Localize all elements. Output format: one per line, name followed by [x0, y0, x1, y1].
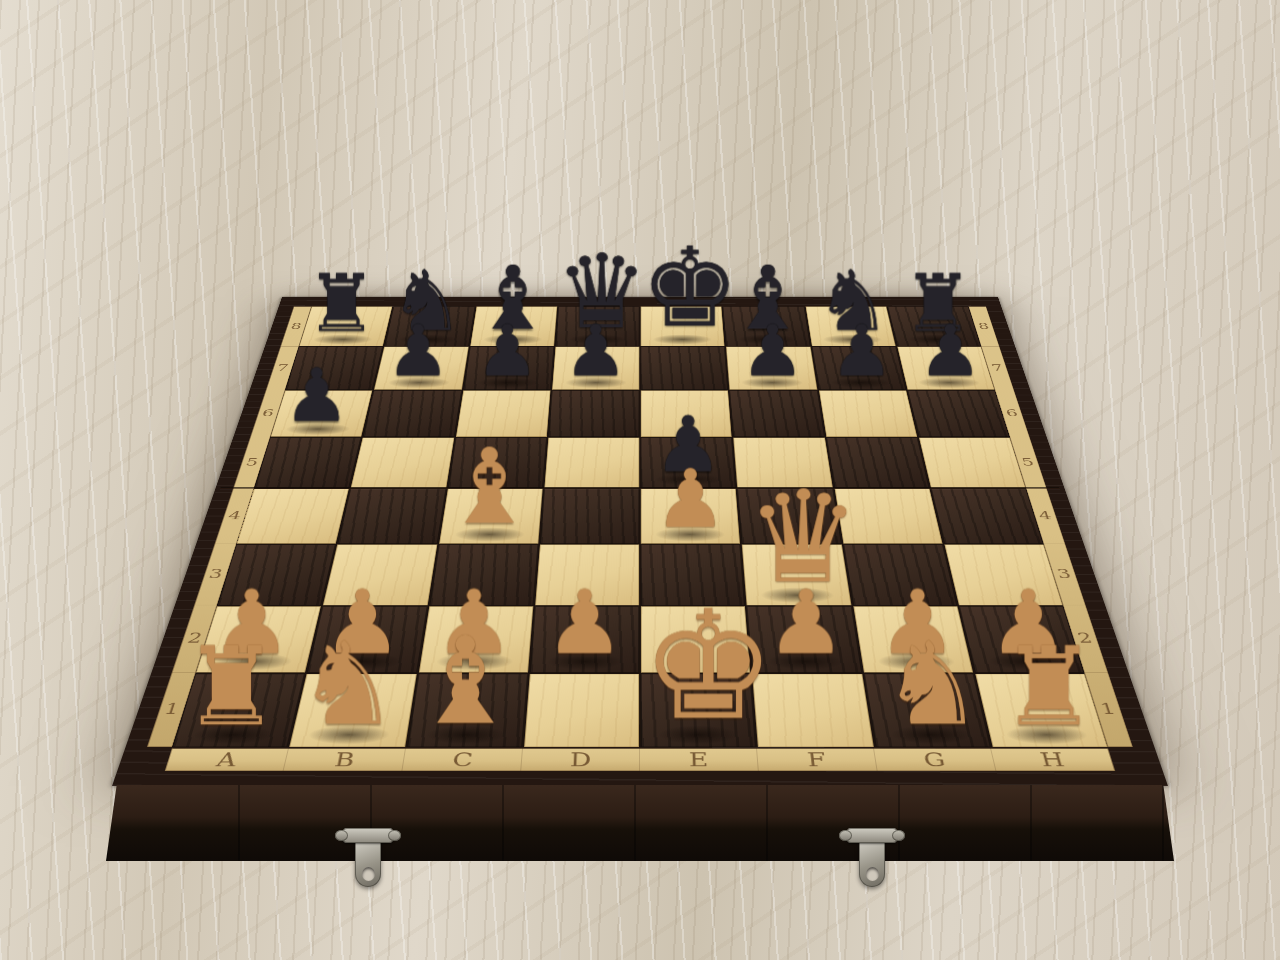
square-e4: ♟ — [641, 489, 740, 544]
square-d4 — [540, 489, 639, 544]
square-e1: ♚ — [641, 674, 756, 747]
piece-black-pawn-c7: ♟ — [464, 314, 551, 386]
chess-board: 87654321 87654321 ABCDEFGH ♜♞♝♛♚♝♞♜♟♟♟♟♟… — [112, 297, 1168, 786]
square-g7: ♟ — [812, 347, 906, 390]
square-g1: ♞ — [864, 674, 991, 747]
square-c1: ♝ — [407, 674, 528, 747]
piece-white-pawn-e4: ♟ — [641, 458, 740, 540]
piece-white-knight-g1: ♞ — [874, 625, 989, 742]
piece-black-pawn-d7: ♟ — [552, 314, 639, 386]
square-e7 — [641, 347, 728, 390]
square-d5 — [544, 437, 639, 487]
clasp-tongue — [859, 837, 885, 887]
square-f7: ♟ — [726, 347, 817, 390]
file-label-e: E — [640, 748, 759, 771]
square-b7: ♟ — [374, 347, 468, 390]
board-squares: ♜♞♝♛♚♝♞♜♟♟♟♟♟♟♟♟♝♟♛♟♟♟♟♟♟♟♜♞♝♚♞♜ — [172, 307, 1107, 748]
metal-clasp-left — [342, 826, 394, 892]
square-h5 — [919, 437, 1026, 487]
piece-black-pawn-b7: ♟ — [375, 314, 462, 386]
square-a4 — [237, 489, 349, 544]
square-d6 — [548, 390, 639, 436]
square-d1 — [524, 674, 639, 747]
square-d2: ♟ — [530, 606, 639, 672]
square-b1: ♞ — [289, 674, 416, 747]
piece-white-bishop-c1: ♝ — [407, 620, 522, 742]
file-label-f: F — [757, 748, 878, 771]
file-label-c: C — [402, 748, 523, 771]
square-a1: ♜ — [172, 674, 305, 747]
clasp-hinge-bar — [847, 828, 897, 843]
piece-white-pawn-d2: ♟ — [530, 577, 639, 667]
square-e8: ♚ — [641, 307, 725, 347]
file-label-g: G — [874, 748, 996, 771]
file-label-d: D — [521, 748, 640, 771]
square-f6 — [730, 390, 825, 436]
square-d7: ♟ — [552, 347, 639, 390]
metal-clasp-right — [846, 826, 898, 892]
square-h7: ♟ — [897, 347, 995, 390]
piece-white-knight-b1: ♞ — [291, 625, 406, 742]
square-b5 — [351, 437, 454, 487]
clasp-hinge-bar — [343, 828, 393, 843]
square-c4: ♝ — [439, 489, 543, 544]
piece-black-pawn-g7: ♟ — [818, 314, 905, 386]
board-front-edge — [106, 785, 1174, 861]
file-label-a: A — [165, 748, 289, 771]
piece-black-pawn-f7: ♟ — [729, 314, 816, 386]
square-g6 — [819, 390, 917, 436]
piece-black-king-e8: ♚ — [641, 232, 725, 343]
piece-white-bishop-c4: ♝ — [439, 434, 538, 540]
clasp-tongue — [355, 837, 381, 887]
file-label-b: B — [284, 748, 406, 771]
piece-white-king-e1: ♚ — [641, 589, 756, 741]
file-labels: ABCDEFGH — [165, 748, 1116, 771]
square-a6: ♟ — [270, 390, 372, 436]
file-label-h: H — [991, 748, 1115, 771]
square-a5 — [254, 437, 361, 487]
square-c7: ♟ — [463, 347, 554, 390]
square-h4 — [931, 489, 1043, 544]
piece-black-rook-a8: ♜ — [300, 263, 384, 344]
square-h6 — [907, 390, 1009, 436]
square-b4 — [338, 489, 446, 544]
